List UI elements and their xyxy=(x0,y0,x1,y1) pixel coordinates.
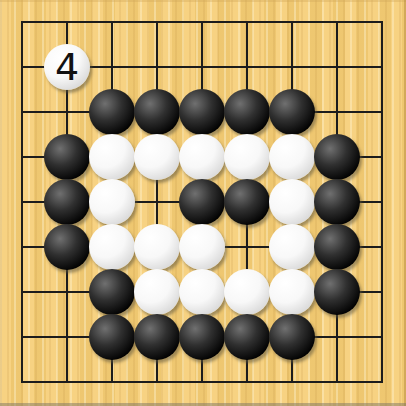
black-stone xyxy=(179,89,225,135)
black-stone xyxy=(89,269,135,315)
black-stone xyxy=(134,314,180,360)
white-stone xyxy=(179,134,225,180)
grid-line-vertical xyxy=(381,21,383,383)
white-stone xyxy=(269,179,315,225)
black-stone xyxy=(179,179,225,225)
black-stone xyxy=(269,314,315,360)
white-stone xyxy=(89,179,135,225)
black-stone xyxy=(134,89,180,135)
black-stone xyxy=(269,89,315,135)
white-stone xyxy=(134,134,180,180)
black-stone xyxy=(314,134,360,180)
white-stone xyxy=(269,224,315,270)
black-stone xyxy=(314,224,360,270)
white-stone xyxy=(224,134,270,180)
grid-line-horizontal xyxy=(21,381,383,383)
black-stone xyxy=(89,89,135,135)
black-stone xyxy=(314,269,360,315)
white-stone xyxy=(269,269,315,315)
black-stone xyxy=(224,179,270,225)
white-stone xyxy=(134,269,180,315)
white-stone xyxy=(89,224,135,270)
black-stone xyxy=(89,314,135,360)
black-stone xyxy=(314,179,360,225)
black-stone xyxy=(44,179,90,225)
black-stone xyxy=(44,134,90,180)
black-stone xyxy=(224,314,270,360)
white-stone xyxy=(134,224,180,270)
white-stone xyxy=(179,224,225,270)
white-stone xyxy=(224,269,270,315)
white-stone xyxy=(269,134,315,180)
white-stone xyxy=(179,269,225,315)
black-stone xyxy=(224,89,270,135)
black-stone xyxy=(179,314,225,360)
move-number-label: 4 xyxy=(44,44,90,90)
go-board: 4 xyxy=(0,0,406,406)
black-stone xyxy=(44,224,90,270)
white-stone xyxy=(89,134,135,180)
